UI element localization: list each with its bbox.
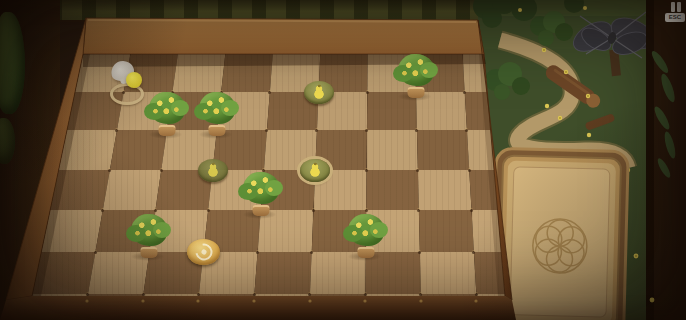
held-fruit-ball — [126, 72, 142, 88]
disc-ringed-piece[interactable] — [300, 159, 330, 182]
bush-piece[interactable] — [197, 92, 237, 136]
bush-pot — [158, 125, 175, 136]
pear-icon — [207, 163, 218, 177]
gold-disc-piece[interactable] — [187, 239, 220, 265]
bush-piece[interactable] — [241, 172, 281, 216]
game-screenshot: ESC — [0, 0, 686, 320]
bush-berries — [243, 172, 279, 204]
pause-icon[interactable] — [669, 2, 684, 12]
bush-pot — [208, 125, 225, 136]
bush-berries — [348, 214, 384, 246]
bush-berries — [398, 54, 434, 86]
bush-pot — [252, 205, 269, 216]
bush-piece[interactable] — [346, 214, 386, 258]
disc-faded-piece[interactable] — [198, 159, 228, 182]
disc-piece[interactable] — [304, 81, 334, 104]
pear-icon — [313, 85, 324, 99]
bush-pot — [141, 247, 158, 258]
esc-key-hint: ESC — [665, 13, 685, 22]
bush-pot — [408, 87, 425, 98]
pear-icon — [310, 163, 321, 177]
bush-piece[interactable] — [147, 92, 187, 136]
bush-piece[interactable] — [396, 54, 436, 98]
bush-berries — [149, 92, 185, 124]
bush-berries — [199, 92, 235, 124]
bush-piece[interactable] — [129, 214, 169, 258]
pieces-layer — [0, 0, 686, 320]
bush-pot — [357, 247, 374, 258]
